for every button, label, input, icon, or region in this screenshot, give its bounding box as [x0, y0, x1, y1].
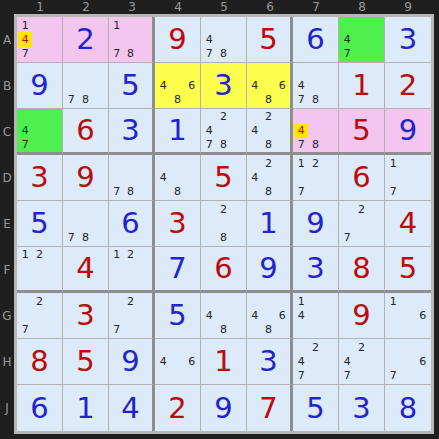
pencil-marks: 78 [64, 202, 107, 245]
candidate-empty [354, 369, 368, 383]
pencil-marks: 14 [294, 294, 337, 337]
cell-C6[interactable]: 248 [247, 109, 293, 155]
candidate-empty [275, 156, 289, 170]
cell-value: 5 [293, 385, 338, 431]
candidate-7[interactable]: 7 [340, 231, 354, 245]
cell-B9[interactable]: 2 [385, 63, 431, 109]
cell-value: 3 [385, 17, 431, 62]
candidate-7[interactable]: 7 [340, 47, 354, 61]
candidate-empty [308, 64, 322, 78]
candidate-2[interactable]: 2 [262, 156, 276, 170]
cell-D5[interactable]: 5 [201, 155, 247, 201]
cell-value: 9 [339, 293, 384, 338]
candidate-empty [170, 170, 184, 184]
candidate-empty [110, 32, 124, 46]
candidate-7[interactable]: 7 [64, 231, 78, 245]
cell-H9[interactable]: 67 [385, 339, 431, 385]
cell-F7[interactable]: 3 [293, 247, 339, 293]
candidate-empty [231, 47, 245, 61]
cell-H7[interactable]: 247 [293, 339, 339, 385]
candidate-2[interactable]: 2 [216, 110, 230, 124]
candidate-empty [248, 137, 262, 151]
candidate-8[interactable]: 8 [262, 185, 276, 199]
candidate-empty [294, 110, 308, 124]
cell-H3[interactable]: 9 [109, 339, 155, 385]
candidate-empty [78, 78, 92, 92]
cell-F8[interactable]: 8 [339, 247, 385, 293]
candidate-empty [78, 202, 92, 216]
candidate-4[interactable]: 4 [202, 124, 216, 138]
cell-J5[interactable]: 9 [201, 385, 247, 431]
cell-value: 3 [63, 293, 108, 338]
candidate-1[interactable]: 1 [294, 156, 308, 170]
candidate-empty [185, 369, 199, 383]
candidate-empty [170, 354, 184, 368]
candidate-2[interactable]: 2 [354, 340, 368, 354]
candidate-4[interactable]: 4 [156, 78, 170, 92]
cell-value: 3 [109, 109, 152, 152]
candidate-2[interactable]: 2 [124, 294, 138, 308]
cell-E8[interactable]: 27 [339, 201, 385, 247]
candidate-4[interactable]: 4 [156, 170, 170, 184]
candidate-empty [64, 64, 78, 78]
candidate-7[interactable]: 7 [386, 185, 401, 199]
cell-B3[interactable]: 5 [109, 63, 155, 109]
candidate-8[interactable]: 8 [78, 231, 92, 245]
cell-A4[interactable]: 9 [155, 17, 201, 63]
candidate-8[interactable]: 8 [216, 231, 230, 245]
candidate-8[interactable]: 8 [78, 93, 92, 107]
cell-G1[interactable]: 27 [17, 293, 63, 339]
candidate-empty [308, 369, 322, 383]
candidate-7[interactable]: 7 [202, 137, 216, 151]
cell-H2[interactable]: 5 [63, 339, 109, 385]
cell-C4[interactable]: 1 [155, 109, 201, 155]
candidate-empty [124, 170, 138, 184]
candidate-empty [248, 156, 262, 170]
candidate-empty [415, 294, 430, 308]
cell-E1[interactable]: 5 [17, 201, 63, 247]
candidate-empty [110, 262, 124, 276]
row-label-A: A [0, 17, 14, 63]
candidate-8[interactable]: 8 [170, 93, 184, 107]
candidate-2[interactable]: 2 [308, 340, 322, 354]
cell-D4[interactable]: 48 [155, 155, 201, 201]
candidate-empty [354, 32, 368, 46]
cell-J8[interactable]: 3 [339, 385, 385, 431]
candidate-empty [110, 308, 124, 322]
candidate-2[interactable]: 2 [32, 248, 46, 262]
candidate-empty [18, 110, 32, 124]
candidate-empty [47, 308, 61, 322]
candidate-empty [369, 202, 383, 216]
cell-H1[interactable]: 8 [17, 339, 63, 385]
cell-D3[interactable]: 78 [109, 155, 155, 201]
pencil-marks: 248 [248, 156, 289, 199]
candidate-empty [156, 64, 170, 78]
cell-value: 9 [63, 155, 108, 200]
cell-E5[interactable]: 28 [201, 201, 247, 247]
candidate-empty [185, 340, 199, 354]
candidate-empty [110, 156, 124, 170]
candidate-7[interactable]: 7 [18, 47, 32, 61]
candidate-1[interactable]: 1 [110, 18, 124, 32]
candidate-empty [308, 354, 322, 368]
cell-B6[interactable]: 468 [247, 63, 293, 109]
cell-E4[interactable]: 3 [155, 201, 201, 247]
pencil-marks: 12 [18, 248, 61, 289]
column-label-7: 7 [293, 0, 339, 15]
cell-G7[interactable]: 14 [293, 293, 339, 339]
candidate-7[interactable]: 7 [294, 137, 308, 151]
candidate-2[interactable]: 2 [262, 110, 276, 124]
cell-B2[interactable]: 78 [63, 63, 109, 109]
candidate-empty [137, 275, 151, 289]
candidate-2[interactable]: 2 [32, 294, 46, 308]
cell-G3[interactable]: 27 [109, 293, 155, 339]
candidate-6[interactable]: 6 [185, 78, 199, 92]
cell-F5[interactable]: 6 [201, 247, 247, 293]
candidate-2[interactable]: 2 [124, 248, 138, 262]
candidate-4[interactable]: 4 [202, 32, 216, 46]
cell-B5[interactable]: 3 [201, 63, 247, 109]
cell-value: 6 [109, 201, 152, 246]
candidate-2[interactable]: 2 [308, 156, 322, 170]
candidate-7[interactable]: 7 [340, 369, 354, 383]
candidate-6[interactable]: 6 [415, 354, 430, 368]
cell-F3[interactable]: 12 [109, 247, 155, 293]
candidate-7[interactable]: 7 [110, 47, 124, 61]
candidate-empty [137, 156, 151, 170]
cell-C3[interactable]: 3 [109, 109, 155, 155]
pencil-marks: 28 [202, 202, 245, 245]
candidate-7[interactable]: 7 [294, 185, 308, 199]
candidate-empty [354, 216, 368, 230]
candidate-empty [32, 323, 46, 337]
candidate-empty [18, 308, 32, 322]
candidate-1[interactable]: 1 [294, 294, 308, 308]
candidate-empty [170, 78, 184, 92]
candidate-1[interactable]: 1 [386, 156, 401, 170]
candidate-4[interactable]: 4 [248, 124, 262, 138]
cell-G4[interactable]: 5 [155, 293, 201, 339]
cell-F9[interactable]: 5 [385, 247, 431, 293]
candidate-empty [308, 323, 322, 337]
candidate-empty [323, 323, 337, 337]
candidate-1[interactable]: 1 [18, 248, 32, 262]
candidate-8[interactable]: 8 [170, 185, 184, 199]
cell-J7[interactable]: 5 [293, 385, 339, 431]
cell-G5[interactable]: 48 [201, 293, 247, 339]
candidate-1[interactable]: 1 [110, 248, 124, 262]
candidate-4[interactable]: 4 [202, 308, 216, 322]
cell-C2[interactable]: 6 [63, 109, 109, 155]
candidate-empty [64, 216, 78, 230]
candidate-empty [340, 340, 354, 354]
row-label-G: G [0, 293, 14, 339]
cell-value: 3 [155, 201, 200, 246]
candidate-8[interactable]: 8 [216, 323, 230, 337]
cell-J9[interactable]: 8 [385, 385, 431, 431]
cell-A3[interactable]: 178 [109, 17, 155, 63]
pencil-marks: 468 [248, 64, 289, 107]
cell-A5[interactable]: 478 [201, 17, 247, 63]
candidate-empty [415, 170, 430, 184]
candidate-7[interactable]: 7 [110, 323, 124, 337]
candidate-4[interactable]: 4 [248, 78, 262, 92]
cell-E7[interactable]: 9 [293, 201, 339, 247]
candidate-empty [47, 262, 61, 276]
cell-J2[interactable]: 1 [63, 385, 109, 431]
cell-H8[interactable]: 247 [339, 339, 385, 385]
candidate-empty [308, 170, 322, 184]
cell-value: 3 [293, 247, 338, 290]
cell-value: 7 [247, 385, 290, 431]
candidate-empty [47, 47, 61, 61]
cell-B1[interactable]: 9 [17, 63, 63, 109]
cell-E3[interactable]: 6 [109, 201, 155, 247]
cell-J3[interactable]: 4 [109, 385, 155, 431]
candidate-8[interactable]: 8 [308, 93, 322, 107]
candidate-4[interactable]: 4 [294, 78, 308, 92]
candidate-empty [401, 170, 416, 184]
candidate-1[interactable]: 1 [386, 294, 401, 308]
cell-E9[interactable]: 4 [385, 201, 431, 247]
candidate-empty [18, 262, 32, 276]
candidate-empty [323, 340, 337, 354]
candidate-empty [110, 275, 124, 289]
cell-A9[interactable]: 3 [385, 17, 431, 63]
candidate-empty [369, 369, 383, 383]
cell-E6[interactable]: 1 [247, 201, 293, 247]
candidate-empty [18, 294, 32, 308]
cell-H5[interactable]: 1 [201, 339, 247, 385]
candidate-8[interactable]: 8 [216, 137, 230, 151]
pencil-marks: 247 [340, 340, 383, 383]
candidate-empty [401, 185, 416, 199]
candidate-4[interactable]: 4 [156, 354, 170, 368]
candidate-empty [401, 340, 416, 354]
candidate-4[interactable]: 4 [294, 124, 308, 138]
candidate-empty [64, 78, 78, 92]
candidate-empty [93, 93, 107, 107]
pencil-marks: 67 [386, 340, 430, 383]
cell-J4[interactable]: 2 [155, 385, 201, 431]
candidate-7[interactable]: 7 [18, 323, 32, 337]
candidate-empty [202, 216, 216, 230]
cell-B7[interactable]: 478 [293, 63, 339, 109]
pencil-marks: 46 [156, 340, 199, 383]
candidate-7[interactable]: 7 [202, 47, 216, 61]
candidate-6[interactable]: 6 [415, 308, 430, 322]
candidate-empty [369, 47, 383, 61]
candidate-empty [323, 308, 337, 322]
candidate-7[interactable]: 7 [64, 93, 78, 107]
candidate-1[interactable]: 1 [18, 18, 32, 32]
cell-F2[interactable]: 4 [63, 247, 109, 293]
pencil-marks: 468 [156, 64, 199, 107]
candidate-empty [124, 275, 138, 289]
candidate-empty [354, 231, 368, 245]
sudoku-board: 1472178947856473978546834684781247631247… [14, 14, 434, 434]
candidate-8[interactable]: 8 [124, 47, 138, 61]
pencil-marks: 478 [294, 110, 337, 151]
candidate-empty [386, 340, 401, 354]
candidate-empty [369, 231, 383, 245]
candidate-empty [170, 369, 184, 383]
candidate-empty [231, 110, 245, 124]
candidate-7[interactable]: 7 [110, 185, 124, 199]
cell-G2[interactable]: 3 [63, 293, 109, 339]
cell-J1[interactable]: 6 [17, 385, 63, 431]
candidate-empty [216, 294, 230, 308]
candidate-empty [137, 262, 151, 276]
cell-value: 9 [201, 385, 246, 431]
candidate-4[interactable]: 4 [294, 308, 308, 322]
row-label-B: B [0, 63, 14, 109]
candidate-7[interactable]: 7 [18, 137, 32, 151]
cell-value: 9 [293, 201, 338, 246]
cell-C1[interactable]: 47 [17, 109, 63, 155]
candidate-empty [47, 137, 61, 151]
candidate-8[interactable]: 8 [262, 323, 276, 337]
cell-G6[interactable]: 468 [247, 293, 293, 339]
candidate-empty [78, 216, 92, 230]
cell-D9[interactable]: 17 [385, 155, 431, 201]
cell-A1[interactable]: 147 [17, 17, 63, 63]
candidate-empty [137, 18, 151, 32]
pencil-marks: 248 [248, 110, 289, 151]
candidate-empty [308, 110, 322, 124]
cell-value: 5 [201, 155, 246, 200]
cell-D2[interactable]: 9 [63, 155, 109, 201]
column-label-6: 6 [247, 0, 293, 15]
candidate-empty [32, 308, 46, 322]
candidate-2[interactable]: 2 [354, 202, 368, 216]
candidate-7[interactable]: 7 [294, 93, 308, 107]
candidate-8[interactable]: 8 [216, 47, 230, 61]
cell-C9[interactable]: 9 [385, 109, 431, 155]
candidate-empty [32, 32, 46, 46]
candidate-empty [170, 64, 184, 78]
candidate-4[interactable]: 4 [18, 124, 32, 138]
candidate-empty [93, 78, 107, 92]
cell-H6[interactable]: 3 [247, 339, 293, 385]
candidate-4[interactable]: 4 [340, 354, 354, 368]
candidate-4[interactable]: 4 [248, 170, 262, 184]
cell-G9[interactable]: 16 [385, 293, 431, 339]
candidate-empty [202, 294, 216, 308]
cell-value: 8 [17, 339, 62, 384]
candidate-empty [32, 110, 46, 124]
sudoku-app: 123456789 ABCDEFGHJ 14721789478564739785… [0, 0, 439, 439]
candidate-empty [32, 18, 46, 32]
candidate-4[interactable]: 4 [248, 308, 262, 322]
candidate-empty [185, 93, 199, 107]
cell-C5[interactable]: 2478 [201, 109, 247, 155]
candidate-empty [185, 156, 199, 170]
candidate-empty [401, 308, 416, 322]
pencil-marks: 247 [294, 340, 337, 383]
candidate-empty [137, 170, 151, 184]
cell-D8[interactable]: 6 [339, 155, 385, 201]
candidate-2[interactable]: 2 [216, 202, 230, 216]
cell-value: 8 [385, 385, 431, 431]
cell-F1[interactable]: 12 [17, 247, 63, 293]
candidate-empty [323, 156, 337, 170]
candidate-6[interactable]: 6 [275, 308, 289, 322]
candidate-8[interactable]: 8 [262, 137, 276, 151]
cell-value: 5 [63, 339, 108, 384]
candidate-7[interactable]: 7 [294, 369, 308, 383]
candidate-empty [124, 323, 138, 337]
cell-E2[interactable]: 78 [63, 201, 109, 247]
candidate-empty [262, 78, 276, 92]
cell-H4[interactable]: 46 [155, 339, 201, 385]
cell-D1[interactable]: 3 [17, 155, 63, 201]
cell-J6[interactable]: 7 [247, 385, 293, 431]
candidate-empty [32, 137, 46, 151]
cell-value: 3 [247, 339, 290, 384]
candidate-empty [202, 231, 216, 245]
cell-value: 4 [109, 385, 152, 431]
candidate-empty [415, 185, 430, 199]
cell-value: 3 [17, 155, 62, 200]
cell-B8[interactable]: 1 [339, 63, 385, 109]
candidate-empty [216, 216, 230, 230]
candidate-4[interactable]: 4 [294, 354, 308, 368]
candidate-7[interactable]: 7 [386, 369, 401, 383]
candidate-8[interactable]: 8 [262, 93, 276, 107]
cell-value: 2 [385, 63, 431, 108]
candidate-empty [156, 93, 170, 107]
cell-F6[interactable]: 9 [247, 247, 293, 293]
candidate-empty [308, 185, 322, 199]
cell-A7[interactable]: 6 [293, 17, 339, 63]
candidate-8[interactable]: 8 [124, 185, 138, 199]
cell-C8[interactable]: 5 [339, 109, 385, 155]
candidate-empty [231, 202, 245, 216]
candidate-empty [124, 32, 138, 46]
cell-A8[interactable]: 47 [339, 17, 385, 63]
cell-A6[interactable]: 5 [247, 17, 293, 63]
candidate-empty [93, 216, 107, 230]
candidate-8[interactable]: 8 [308, 137, 322, 151]
candidate-empty [275, 185, 289, 199]
candidate-6[interactable]: 6 [275, 78, 289, 92]
candidate-empty [308, 294, 322, 308]
candidate-empty [323, 137, 337, 151]
cell-C7[interactable]: 478 [293, 109, 339, 155]
row-label-E: E [0, 201, 14, 247]
candidate-empty [323, 369, 337, 383]
row-label-D: D [0, 155, 14, 201]
candidate-empty [275, 110, 289, 124]
cell-A2[interactable]: 2 [63, 17, 109, 63]
candidate-empty [231, 216, 245, 230]
candidate-4[interactable]: 4 [340, 32, 354, 46]
cell-D6[interactable]: 248 [247, 155, 293, 201]
candidate-empty [47, 323, 61, 337]
candidate-empty [415, 156, 430, 170]
candidate-empty [18, 275, 32, 289]
candidate-6[interactable]: 6 [185, 354, 199, 368]
cell-G8[interactable]: 9 [339, 293, 385, 339]
cell-D7[interactable]: 127 [293, 155, 339, 201]
cell-B4[interactable]: 468 [155, 63, 201, 109]
cell-F4[interactable]: 7 [155, 247, 201, 293]
candidate-4[interactable]: 4 [18, 32, 32, 46]
